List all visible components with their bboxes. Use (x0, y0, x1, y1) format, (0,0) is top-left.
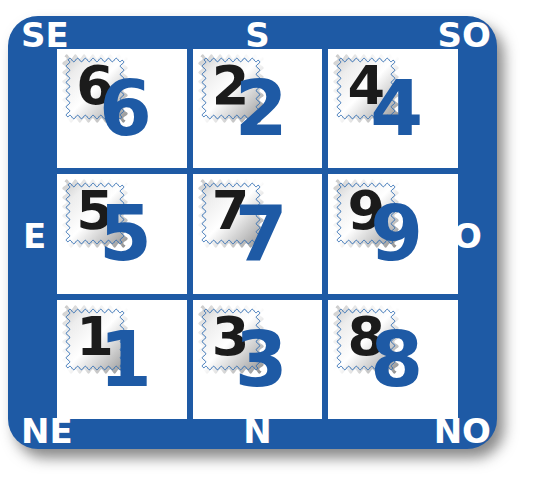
cell-number: 4 (370, 71, 423, 147)
cell-number: 3 (235, 322, 288, 398)
cell-number: 1 (99, 322, 152, 398)
lo-shu-diagram: SE S SO E O NE N NO 662244557799113388 (0, 0, 533, 483)
board-cell: 44 (328, 49, 458, 168)
board-cell: 11 (57, 300, 187, 419)
board-cell: 55 (57, 174, 187, 293)
board-grid: 662244557799113388 (57, 49, 458, 419)
board-cell: 88 (328, 300, 458, 419)
board-cell: 77 (193, 174, 323, 293)
board-cell: 22 (193, 49, 323, 168)
cell-number: 5 (99, 196, 152, 272)
board-cell: 33 (193, 300, 323, 419)
board-cell: 66 (57, 49, 187, 168)
cell-number: 6 (99, 71, 152, 147)
board-cell: 99 (328, 174, 458, 293)
compass-label-s: S (57, 17, 458, 53)
compass-label-e: E (23, 218, 46, 254)
cell-number: 8 (370, 322, 423, 398)
board-frame: SE S SO E O NE N NO 662244557799113388 (8, 16, 497, 449)
cell-number: 9 (370, 196, 423, 272)
cell-number: 7 (235, 196, 288, 272)
cell-number: 2 (235, 71, 288, 147)
compass-label-so: SO (438, 17, 491, 53)
